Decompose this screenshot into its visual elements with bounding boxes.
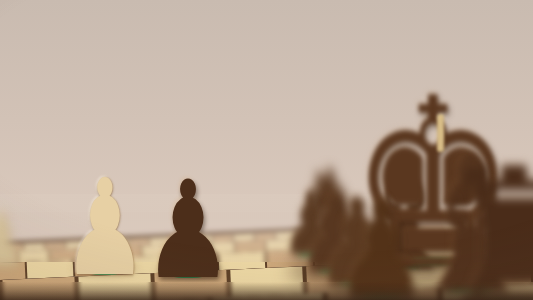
edge-white-piece-blur-glyph: ♟ — [0, 204, 27, 277]
black-king-pale-finial — [437, 114, 444, 152]
chess-photo-scene: ♟♟♟♞♟♟♟♟♝♚♝♜ — [0, 0, 533, 300]
black-rook-blur-glyph: ♜ — [433, 142, 533, 300]
white-pawn-focus-glyph: ♟ — [62, 162, 148, 295]
black-pawn-focus-glyph: ♟ — [143, 163, 233, 298]
pieces-layer: ♟♟♟♞♟♟♟♟♝♚♝♜ — [0, 0, 533, 300]
